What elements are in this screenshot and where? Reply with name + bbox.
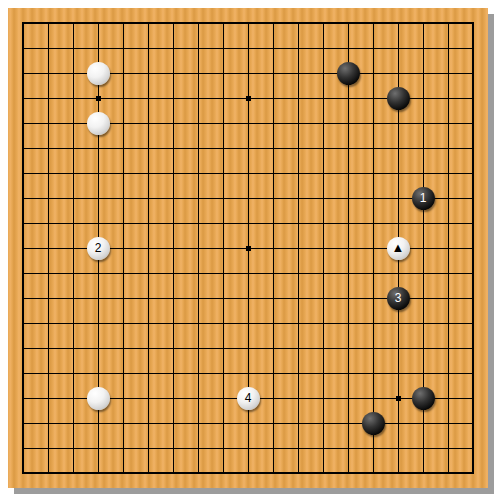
white-stone-Q10: ▲ — [387, 237, 410, 260]
white-stone-K4: 4 — [237, 387, 260, 410]
board-cell-D15 — [86, 111, 111, 136]
black-stone-R12: 1 — [412, 187, 435, 210]
white-stone-D10: 2 — [87, 237, 110, 260]
black-stone-P3 — [362, 412, 385, 435]
board-cell-Q10: ▲ — [386, 236, 411, 261]
white-stone-D15 — [87, 112, 110, 135]
board-cell-R4 — [411, 386, 436, 411]
board-cell-P3 — [361, 411, 386, 436]
white-stone-D17 — [87, 62, 110, 85]
triangle-marker-icon: ▲ — [392, 241, 405, 254]
black-stone-R4 — [412, 387, 435, 410]
board-cell-O17 — [336, 61, 361, 86]
board-cell-K4: 4 — [236, 386, 261, 411]
board-cell-Q16 — [386, 86, 411, 111]
move-number-label: 1 — [420, 192, 427, 204]
go-board: 24▲13 — [8, 8, 488, 488]
white-stone-D4 — [87, 387, 110, 410]
board-cell-Q8: 3 — [386, 286, 411, 311]
move-number-label: 2 — [95, 242, 102, 254]
move-number-label: 3 — [395, 292, 402, 304]
board-cell-D17 — [86, 61, 111, 86]
board-cell-D4 — [86, 386, 111, 411]
black-stone-Q16 — [387, 87, 410, 110]
stones-grid: 24▲13 — [11, 11, 486, 486]
board-cell-R12: 1 — [411, 186, 436, 211]
page: 24▲13 — [0, 0, 500, 500]
move-number-label: 4 — [245, 392, 252, 404]
board-cell-D10: 2 — [86, 236, 111, 261]
black-stone-Q8: 3 — [387, 287, 410, 310]
black-stone-O17 — [337, 62, 360, 85]
